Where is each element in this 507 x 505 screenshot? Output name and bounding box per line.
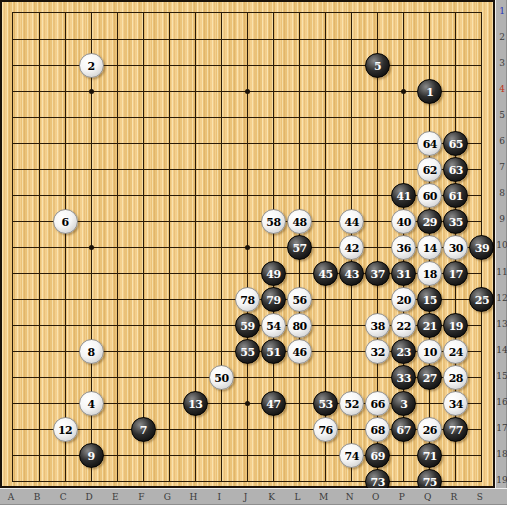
stone-white-move-56-L12[interactable]: 56 [287, 287, 312, 312]
column-label-D: D [82, 491, 96, 503]
row-label-18: 18 [496, 448, 507, 460]
stone-white-move-80-L13[interactable]: 80 [287, 313, 312, 338]
stone-white-move-50-I15[interactable]: 50 [209, 365, 234, 390]
row-label-4: 4 [496, 83, 507, 95]
stone-white-move-64-Q6[interactable]: 64 [417, 131, 442, 156]
stone-black-move-7-F17[interactable]: 7 [131, 417, 156, 442]
column-label-P: P [395, 491, 409, 503]
stone-white-move-58-K9[interactable]: 58 [261, 209, 286, 234]
stone-black-move-39-S10[interactable]: 39 [469, 235, 494, 260]
go-kifu-diagram: 1234567891012131415171819202122232425262… [0, 0, 507, 505]
column-label-M: M [317, 491, 331, 503]
star-point [89, 89, 94, 94]
stone-black-move-57-L10[interactable]: 57 [287, 235, 312, 260]
column-label-R: R [447, 491, 461, 503]
row-label-3: 3 [496, 57, 507, 69]
column-label-H: H [186, 491, 200, 503]
column-label-E: E [108, 491, 122, 503]
row-label-13: 13 [496, 318, 507, 330]
stone-black-move-13-H16[interactable]: 13 [183, 391, 208, 416]
row-label-12: 12 [496, 292, 507, 304]
column-label-Q: Q [421, 491, 435, 503]
stone-white-move-44-N9[interactable]: 44 [339, 209, 364, 234]
stone-black-move-1-Q4[interactable]: 1 [417, 79, 442, 104]
stone-white-move-40-P9[interactable]: 40 [391, 209, 416, 234]
star-point [245, 245, 250, 250]
row-label-7: 7 [496, 161, 507, 173]
row-label-11: 11 [496, 266, 507, 278]
stone-white-move-4-D16[interactable]: 4 [79, 391, 104, 416]
column-label-A: A [4, 491, 18, 503]
column-label-C: C [56, 491, 70, 503]
row-label-5: 5 [496, 109, 507, 121]
stone-white-move-42-N10[interactable]: 42 [339, 235, 364, 260]
stone-black-move-9-D18[interactable]: 9 [79, 443, 104, 468]
stone-white-move-48-L9[interactable]: 48 [287, 209, 312, 234]
row-label-16: 16 [496, 396, 507, 408]
row-label-9: 9 [496, 213, 507, 225]
column-label-F: F [134, 491, 148, 503]
stone-black-move-45-M11[interactable]: 45 [313, 261, 338, 286]
stone-black-move-5-O3[interactable]: 5 [365, 53, 390, 78]
column-label-I: I [212, 491, 226, 503]
column-coordinate-strip: ABCDEFGHIJKLMNOPQRS [0, 488, 507, 505]
row-label-15: 15 [496, 370, 507, 382]
go-board[interactable]: 1234567891012131415171819202122232425262… [0, 0, 495, 488]
row-label-17: 17 [496, 422, 507, 434]
stone-black-move-63-R7[interactable]: 63 [443, 157, 468, 182]
row-coordinate-strip: 12345678910111213141516171819 [495, 0, 507, 505]
stone-white-move-6-C9[interactable]: 6 [53, 209, 78, 234]
stone-white-move-78-J12[interactable]: 78 [235, 287, 260, 312]
column-label-O: O [369, 491, 383, 503]
row-label-8: 8 [496, 187, 507, 199]
row-label-1: 1 [496, 5, 507, 17]
row-label-10: 10 [496, 239, 507, 251]
stone-black-move-41-P8[interactable]: 41 [391, 183, 416, 208]
stone-black-move-43-N11[interactable]: 43 [339, 261, 364, 286]
stone-black-move-55-J14[interactable]: 55 [235, 339, 260, 364]
stone-black-move-79-K12[interactable]: 79 [261, 287, 286, 312]
stone-white-move-62-Q7[interactable]: 62 [417, 157, 442, 182]
column-label-G: G [160, 491, 174, 503]
row-label-6: 6 [496, 135, 507, 147]
row-label-14: 14 [496, 344, 507, 356]
column-label-J: J [238, 491, 252, 503]
stone-white-move-8-D14[interactable]: 8 [79, 339, 104, 364]
stone-black-move-65-R6[interactable]: 65 [443, 131, 468, 156]
stone-black-move-49-K11[interactable]: 49 [261, 261, 286, 286]
stone-white-move-2-D3[interactable]: 2 [79, 53, 104, 78]
stone-white-move-12-C17[interactable]: 12 [53, 417, 78, 442]
star-point [89, 245, 94, 250]
stone-white-move-54-K13[interactable]: 54 [261, 313, 286, 338]
star-point [245, 89, 250, 94]
star-point [401, 89, 406, 94]
row-label-19: 19 [496, 474, 507, 486]
column-label-S: S [473, 491, 487, 503]
stone-black-move-51-K14[interactable]: 51 [261, 339, 286, 364]
column-label-N: N [343, 491, 357, 503]
stone-black-move-59-J13[interactable]: 59 [235, 313, 260, 338]
column-label-L: L [291, 491, 305, 503]
stone-white-move-60-Q8[interactable]: 60 [417, 183, 442, 208]
column-label-B: B [30, 491, 44, 503]
row-label-2: 2 [496, 31, 507, 43]
column-label-K: K [265, 491, 279, 503]
stone-black-move-25-S12[interactable]: 25 [469, 287, 494, 312]
